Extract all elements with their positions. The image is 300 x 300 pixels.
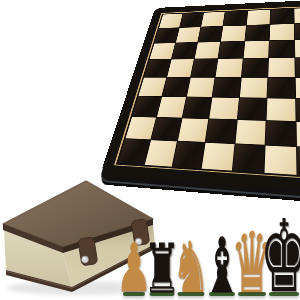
board-square [178,118,209,142]
board-square [243,41,268,58]
board-square [209,97,238,119]
board-square [235,120,265,145]
board-square [269,24,294,41]
box-snap-button-left-highlight [83,257,85,259]
board-square [241,58,268,76]
board-square [296,99,300,122]
board-square [162,77,190,96]
board-square [157,97,186,118]
board-square [198,26,223,42]
board-square [145,140,177,166]
board-square [295,58,300,77]
board-square [173,142,205,169]
board-grid [118,6,300,179]
black-king-piece: ♚ [260,207,300,300]
board-square [180,13,204,28]
board-field-border [116,5,300,181]
board-square [239,77,267,97]
board-square [296,78,300,99]
board-square [216,59,243,77]
board-square [176,27,201,43]
board-square [267,77,295,97]
board-square [201,12,225,27]
board-square [219,41,245,58]
board-square [206,119,237,143]
board-square [264,146,296,175]
board-square [268,58,295,77]
board-square [295,40,300,58]
box-snap-button-left [82,256,89,263]
board-square [187,77,215,96]
board-square [295,23,300,40]
board-square [297,147,300,176]
board-square [221,25,246,41]
board-square [183,97,212,118]
board-square [202,143,234,170]
board-square [266,98,295,121]
board-square [151,118,182,141]
board-square [232,144,264,172]
board-square [245,25,269,41]
board-square [191,59,218,77]
board-square [265,121,296,147]
board-square [213,77,241,97]
board-square [172,43,198,59]
board-square [270,8,294,24]
board-square [167,59,194,77]
board-square [246,10,270,25]
board-square [269,40,295,58]
board-square [195,42,221,59]
chessboard [100,0,300,197]
board-square [294,7,300,23]
board-inlay-stripe [114,4,300,182]
product-photo-stage: ♟ ♜ ♞ ♝ ♛ ♚ [0,0,300,300]
board-square [237,98,266,120]
board-square [223,11,247,26]
board-square [297,122,300,148]
